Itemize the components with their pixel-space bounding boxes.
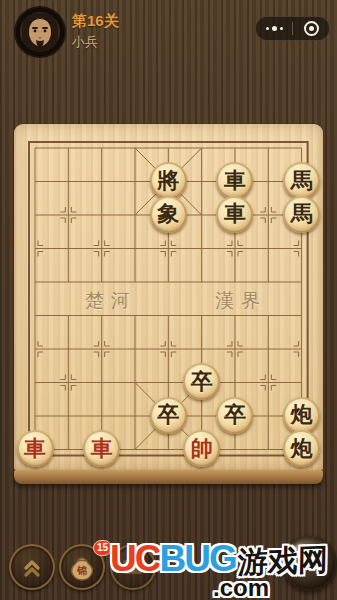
piece-glyph: 卒 [157,400,179,430]
watermark-uc: UC [110,538,159,579]
piece-glyph: 卒 [191,367,213,397]
watermark: UCBUG游戏网 .com [110,540,337,600]
piece-glyph: 車 [224,199,246,229]
piece-glyph: 卒 [224,400,246,430]
money-bag-icon: 锦 [67,552,97,582]
collapse-button[interactable] [9,544,55,590]
piece-red-車[interactable]: 車 [17,430,54,467]
tips-bag-button[interactable]: 锦 15 [59,544,105,590]
watermark-bug: BUG [159,538,235,579]
target-circle-icon [304,21,319,36]
piece-black-馬[interactable]: 馬 [283,162,320,199]
piece-black-炮[interactable]: 炮 [283,430,320,467]
piece-black-炮[interactable]: 炮 [283,397,320,434]
river-label-left: 楚河 [66,288,156,314]
xiangqi-board[interactable]: 楚河 漢界 將車馬象車馬卒卒卒炮車車帥炮 [14,124,323,484]
miniprogram-capsule [255,16,330,41]
piece-red-車[interactable]: 車 [83,430,120,467]
player-label: 小兵 [72,33,98,51]
board-edge [14,470,323,484]
river-label-right: 漢界 [196,288,286,314]
header: 第16关 小兵 [0,0,337,64]
piece-black-卒[interactable]: 卒 [216,397,253,434]
piece-red-帥[interactable]: 帥 [183,430,220,467]
piece-glyph: 將 [157,166,179,196]
piece-black-卒[interactable]: 卒 [150,397,187,434]
svg-text:锦: 锦 [76,565,87,576]
board-surface: 楚河 漢界 將車馬象車馬卒卒卒炮車車帥炮 [14,124,323,470]
piece-glyph: 炮 [291,400,313,430]
piece-glyph: 帥 [191,434,213,464]
app-screen: 第16关 小兵 楚河 漢界 將車馬象車馬卒卒卒炮車車帥炮 [0,0,337,600]
double-chevron-up-icon [18,553,46,581]
piece-black-車[interactable]: 車 [216,196,253,233]
avatar[interactable] [16,8,64,56]
piece-glyph: 車 [24,434,46,464]
piece-black-象[interactable]: 象 [150,196,187,233]
piece-glyph: 馬 [291,199,313,229]
piece-black-馬[interactable]: 馬 [283,196,320,233]
more-dots-icon [266,26,283,31]
piece-glyph: 象 [157,199,179,229]
more-menu-button[interactable] [256,17,292,40]
piece-black-將[interactable]: 將 [150,162,187,199]
level-label: 第16关 [72,12,119,31]
general-portrait-icon [18,10,62,54]
piece-black-卒[interactable]: 卒 [183,363,220,400]
exit-button[interactable] [293,17,329,40]
piece-glyph: 車 [224,166,246,196]
watermark-site: 游戏网 [237,544,327,577]
piece-glyph: 炮 [291,434,313,464]
piece-glyph: 馬 [291,166,313,196]
piece-glyph: 車 [91,434,113,464]
